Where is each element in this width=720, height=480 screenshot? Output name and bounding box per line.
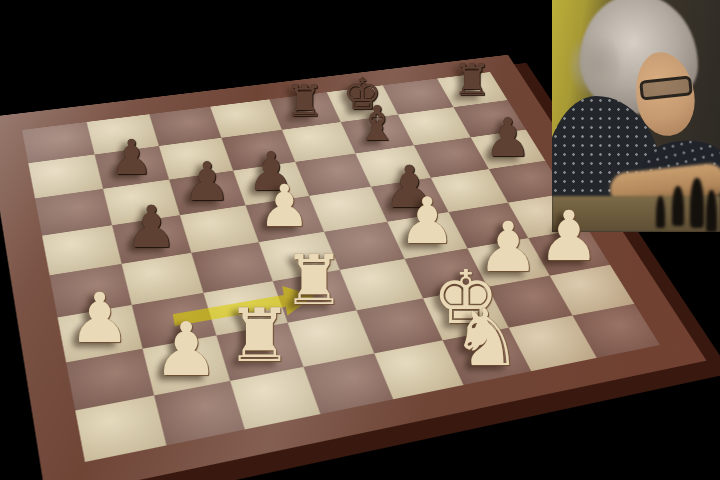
blurred-chess-piece-silhouette: [656, 196, 665, 228]
piece-black-pawn-h6[interactable]: ♟: [484, 111, 532, 164]
piece-white-knight-f1[interactable]: ♞: [451, 299, 522, 378]
blurred-chess-piece-silhouette: [706, 190, 717, 232]
piece-white-pawn-a3[interactable]: ♟: [69, 283, 131, 352]
blurred-chess-piece-silhouette: [690, 178, 704, 228]
screenshot-stage: ♜♚♜♟♝♟♟♟♟♟♟♟♟♜♟♟♟♜♚♞: [0, 0, 720, 480]
piece-white-pawn-d5[interactable]: ♟: [259, 177, 311, 235]
piece-black-pawn-c6[interactable]: ♟: [183, 154, 231, 207]
piece-white-pawn-h3[interactable]: ♟: [538, 202, 600, 271]
piece-black-pawn-b5[interactable]: ♟: [125, 197, 177, 255]
piece-white-rook-c2[interactable]: ♜: [226, 298, 292, 372]
piece-black-bishop-f7[interactable]: ♝: [356, 99, 399, 147]
piece-white-pawn-b2[interactable]: ♟: [153, 312, 219, 386]
piece-black-rook-h8[interactable]: ♜: [453, 58, 492, 101]
portrait-hair-side: [570, 30, 620, 100]
piece-black-rook-e8[interactable]: ♜: [286, 79, 325, 122]
piece-black-pawn-b7[interactable]: ♟: [110, 132, 153, 180]
piece-white-pawn-f4[interactable]: ♟: [398, 189, 455, 253]
blurred-chess-piece-silhouette: [672, 186, 684, 226]
